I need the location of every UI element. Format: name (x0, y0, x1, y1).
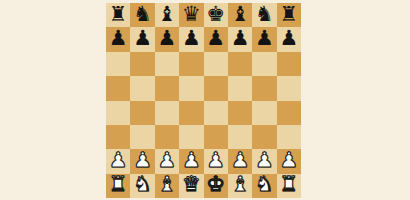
white-rook-piece: ♜ (279, 174, 298, 195)
white-king-piece: ♚ (206, 174, 225, 195)
square-f6[interactable] (228, 52, 252, 76)
square-c2[interactable]: ♟ (155, 149, 179, 173)
square-a3[interactable] (106, 125, 130, 149)
white-pawn-piece: ♟ (109, 150, 128, 171)
white-queen-piece: ♛ (182, 174, 201, 195)
black-pawn-piece: ♟ (206, 28, 225, 49)
square-a5[interactable] (106, 76, 130, 100)
square-g2[interactable]: ♟ (252, 149, 276, 173)
square-g6[interactable] (252, 52, 276, 76)
square-b6[interactable] (130, 52, 154, 76)
square-f7[interactable]: ♟ (228, 27, 252, 51)
white-bishop-piece: ♝ (231, 174, 250, 195)
square-f4[interactable] (228, 101, 252, 125)
square-a8[interactable]: ♜ (106, 3, 130, 27)
square-b8[interactable]: ♞ (130, 3, 154, 27)
square-f2[interactable]: ♟ (228, 149, 252, 173)
square-d1[interactable]: ♛ (179, 174, 203, 198)
black-pawn-piece: ♟ (255, 28, 274, 49)
square-g8[interactable]: ♞ (252, 3, 276, 27)
square-b1[interactable]: ♞ (130, 174, 154, 198)
white-pawn-piece: ♟ (182, 150, 201, 171)
square-e3[interactable] (204, 125, 228, 149)
white-pawn-piece: ♟ (133, 150, 152, 171)
black-bishop-piece: ♝ (231, 4, 250, 25)
square-h8[interactable]: ♜ (277, 3, 301, 27)
square-e6[interactable] (204, 52, 228, 76)
square-h5[interactable] (277, 76, 301, 100)
square-f8[interactable]: ♝ (228, 3, 252, 27)
black-pawn-piece: ♟ (231, 28, 250, 49)
square-d2[interactable]: ♟ (179, 149, 203, 173)
black-rook-piece: ♜ (109, 4, 128, 25)
app-background: ♜♞♝♛♚♝♞♜♟♟♟♟♟♟♟♟♟♟♟♟♟♟♟♟♜♞♝♛♚♝♞♜ (0, 0, 410, 200)
square-a7[interactable]: ♟ (106, 27, 130, 51)
black-pawn-piece: ♟ (158, 28, 177, 49)
square-e2[interactable]: ♟ (204, 149, 228, 173)
square-c8[interactable]: ♝ (155, 3, 179, 27)
square-d8[interactable]: ♛ (179, 3, 203, 27)
white-pawn-piece: ♟ (206, 150, 225, 171)
black-pawn-piece: ♟ (279, 28, 298, 49)
white-rook-piece: ♜ (109, 174, 128, 195)
white-bishop-piece: ♝ (158, 174, 177, 195)
square-g1[interactable]: ♞ (252, 174, 276, 198)
square-h1[interactable]: ♜ (277, 174, 301, 198)
square-b4[interactable] (130, 101, 154, 125)
square-b3[interactable] (130, 125, 154, 149)
white-knight-piece: ♞ (133, 174, 152, 195)
square-g7[interactable]: ♟ (252, 27, 276, 51)
black-rook-piece: ♜ (279, 4, 298, 25)
square-d7[interactable]: ♟ (179, 27, 203, 51)
black-knight-piece: ♞ (255, 4, 274, 25)
square-a4[interactable] (106, 101, 130, 125)
square-b5[interactable] (130, 76, 154, 100)
square-e7[interactable]: ♟ (204, 27, 228, 51)
square-f3[interactable] (228, 125, 252, 149)
square-h7[interactable]: ♟ (277, 27, 301, 51)
square-c1[interactable]: ♝ (155, 174, 179, 198)
black-pawn-piece: ♟ (182, 28, 201, 49)
square-g4[interactable] (252, 101, 276, 125)
square-c3[interactable] (155, 125, 179, 149)
white-knight-piece: ♞ (255, 174, 274, 195)
square-e4[interactable] (204, 101, 228, 125)
square-a2[interactable]: ♟ (106, 149, 130, 173)
square-h4[interactable] (277, 101, 301, 125)
black-knight-piece: ♞ (133, 4, 152, 25)
square-e5[interactable] (204, 76, 228, 100)
square-d3[interactable] (179, 125, 203, 149)
square-e8[interactable]: ♚ (204, 3, 228, 27)
square-g5[interactable] (252, 76, 276, 100)
white-pawn-piece: ♟ (158, 150, 177, 171)
chessboard: ♜♞♝♛♚♝♞♜♟♟♟♟♟♟♟♟♟♟♟♟♟♟♟♟♜♞♝♛♚♝♞♜ (106, 3, 301, 198)
square-d6[interactable] (179, 52, 203, 76)
square-d4[interactable] (179, 101, 203, 125)
white-pawn-piece: ♟ (255, 150, 274, 171)
square-a1[interactable]: ♜ (106, 174, 130, 198)
black-pawn-piece: ♟ (133, 28, 152, 49)
black-bishop-piece: ♝ (158, 4, 177, 25)
square-h2[interactable]: ♟ (277, 149, 301, 173)
square-c7[interactable]: ♟ (155, 27, 179, 51)
square-g3[interactable] (252, 125, 276, 149)
white-pawn-piece: ♟ (231, 150, 250, 171)
square-b7[interactable]: ♟ (130, 27, 154, 51)
square-c6[interactable] (155, 52, 179, 76)
square-b2[interactable]: ♟ (130, 149, 154, 173)
black-queen-piece: ♛ (182, 4, 201, 25)
square-c4[interactable] (155, 101, 179, 125)
square-a6[interactable] (106, 52, 130, 76)
square-d5[interactable] (179, 76, 203, 100)
square-h3[interactable] (277, 125, 301, 149)
black-king-piece: ♚ (206, 4, 225, 25)
black-pawn-piece: ♟ (109, 28, 128, 49)
square-c5[interactable] (155, 76, 179, 100)
square-e1[interactable]: ♚ (204, 174, 228, 198)
square-f5[interactable] (228, 76, 252, 100)
square-h6[interactable] (277, 52, 301, 76)
square-f1[interactable]: ♝ (228, 174, 252, 198)
white-pawn-piece: ♟ (279, 150, 298, 171)
